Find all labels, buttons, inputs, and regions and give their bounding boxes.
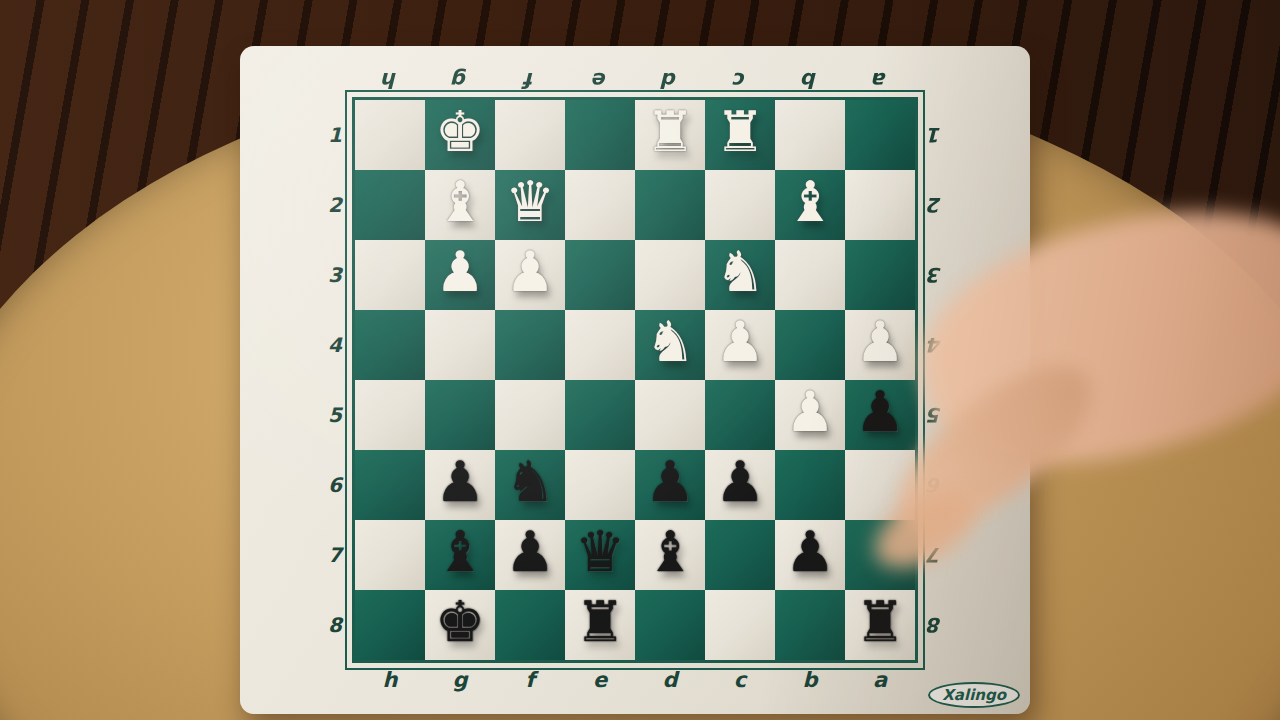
square-b3[interactable] (775, 240, 845, 310)
file-label-top-e: e (565, 63, 635, 97)
file-label-bottom-f: f (495, 663, 565, 697)
square-d7[interactable]: ♝ (635, 520, 705, 590)
rank-label-right-8: 8 (918, 590, 952, 660)
piece-white-pawn-f3[interactable]: ♟ (505, 237, 555, 307)
file-label-bottom-a: a (845, 663, 915, 697)
square-c6[interactable]: ♟ (705, 450, 775, 520)
square-h4[interactable] (355, 310, 425, 380)
file-label-bottom-h: h (355, 663, 425, 697)
piece-black-knight-f6[interactable]: ♞ (505, 447, 555, 517)
square-g2[interactable]: ♝ (425, 170, 495, 240)
square-e6[interactable] (565, 450, 635, 520)
square-d8[interactable] (635, 590, 705, 660)
square-c3[interactable]: ♞ (705, 240, 775, 310)
coord-row-bottom: hgfedcba (321, 663, 949, 697)
square-a1[interactable] (845, 100, 915, 170)
rank-label-left-1: 1 (318, 100, 352, 170)
piece-black-king-g8[interactable]: ♚ (435, 587, 485, 657)
piece-white-rook-d1[interactable]: ♜ (645, 97, 695, 167)
square-a3[interactable] (845, 240, 915, 310)
piece-black-pawn-b7[interactable]: ♟ (785, 517, 835, 587)
square-f3[interactable]: ♟ (495, 240, 565, 310)
file-label-top-h: h (355, 63, 425, 97)
coord-col-left: 12345678 (318, 100, 352, 660)
piece-white-pawn-g3[interactable]: ♟ (435, 237, 485, 307)
square-a8[interactable]: ♜ (845, 590, 915, 660)
square-d2[interactable] (635, 170, 705, 240)
square-d3[interactable] (635, 240, 705, 310)
square-g4[interactable] (425, 310, 495, 380)
square-g5[interactable] (425, 380, 495, 450)
square-e7[interactable]: ♛ (565, 520, 635, 590)
piece-black-pawn-a5[interactable]: ♟ (855, 377, 905, 447)
file-label-bottom-d: d (635, 663, 705, 697)
square-f4[interactable] (495, 310, 565, 380)
rank-label-right-2: 2 (918, 170, 952, 240)
square-e8[interactable]: ♜ (565, 590, 635, 660)
square-b5[interactable]: ♟ (775, 380, 845, 450)
square-c2[interactable] (705, 170, 775, 240)
piece-white-queen-f2[interactable]: ♛ (505, 167, 555, 237)
piece-white-knight-c3[interactable]: ♞ (715, 237, 765, 307)
rank-label-right-3: 3 (918, 240, 952, 310)
file-label-top-d: d (635, 63, 705, 97)
piece-black-bishop-g7[interactable]: ♝ (435, 517, 485, 587)
board-frame: ♚♜♜♝♛♝♟♟♞♞♟♟♟♟♟♞♟♟♝♟♛♝♟♚♜♜ (352, 97, 918, 663)
square-h8[interactable] (355, 590, 425, 660)
square-f8[interactable] (495, 590, 565, 660)
square-d6[interactable]: ♟ (635, 450, 705, 520)
square-b4[interactable] (775, 310, 845, 380)
square-h6[interactable] (355, 450, 425, 520)
square-e2[interactable] (565, 170, 635, 240)
square-h7[interactable] (355, 520, 425, 590)
square-e4[interactable] (565, 310, 635, 380)
square-a5[interactable]: ♟ (845, 380, 915, 450)
square-c7[interactable] (705, 520, 775, 590)
square-f5[interactable] (495, 380, 565, 450)
rank-label-left-7: 7 (318, 520, 352, 590)
piece-white-king-g1[interactable]: ♚ (435, 97, 485, 167)
square-b2[interactable]: ♝ (775, 170, 845, 240)
rank-label-left-6: 6 (318, 450, 352, 520)
square-f6[interactable]: ♞ (495, 450, 565, 520)
rank-label-left-5: 5 (318, 380, 352, 450)
piece-black-pawn-c6[interactable]: ♟ (715, 447, 765, 517)
square-f2[interactable]: ♛ (495, 170, 565, 240)
square-d1[interactable]: ♜ (635, 100, 705, 170)
square-h3[interactable] (355, 240, 425, 310)
rank-label-left-4: 4 (318, 310, 352, 380)
rank-label-left-3: 3 (318, 240, 352, 310)
square-c1[interactable]: ♜ (705, 100, 775, 170)
piece-black-pawn-g6[interactable]: ♟ (435, 447, 485, 517)
square-g8[interactable]: ♚ (425, 590, 495, 660)
file-label-bottom-e: e (565, 663, 635, 697)
square-b7[interactable]: ♟ (775, 520, 845, 590)
file-label-bottom-g: g (425, 663, 495, 697)
square-g3[interactable]: ♟ (425, 240, 495, 310)
brand-badge: Xalingo (928, 682, 1020, 708)
piece-white-rook-c1[interactable]: ♜ (715, 97, 765, 167)
piece-black-pawn-f7[interactable]: ♟ (505, 517, 555, 587)
piece-white-bishop-g2[interactable]: ♝ (435, 167, 485, 237)
square-g1[interactable]: ♚ (425, 100, 495, 170)
square-h5[interactable] (355, 380, 425, 450)
file-label-bottom-b: b (775, 663, 845, 697)
square-g6[interactable]: ♟ (425, 450, 495, 520)
file-label-top-g: g (425, 63, 495, 97)
rank-label-right-1: 1 (918, 100, 952, 170)
square-e1[interactable] (565, 100, 635, 170)
square-c4[interactable]: ♟ (705, 310, 775, 380)
file-label-top-c: c (705, 63, 775, 97)
square-e3[interactable] (565, 240, 635, 310)
piece-white-pawn-a4[interactable]: ♟ (855, 307, 905, 377)
square-c5[interactable] (705, 380, 775, 450)
square-a4[interactable]: ♟ (845, 310, 915, 380)
square-c8[interactable] (705, 590, 775, 660)
board-grid: ♚♜♜♝♛♝♟♟♞♞♟♟♟♟♟♞♟♟♝♟♛♝♟♚♜♜ (355, 100, 915, 660)
piece-black-pawn-d6[interactable]: ♟ (645, 447, 695, 517)
square-d4[interactable]: ♞ (635, 310, 705, 380)
piece-white-pawn-c4[interactable]: ♟ (715, 307, 765, 377)
piece-white-bishop-b2[interactable]: ♝ (785, 167, 835, 237)
file-label-bottom-c: c (705, 663, 775, 697)
square-f1[interactable] (495, 100, 565, 170)
piece-black-queen-e7[interactable]: ♛ (575, 517, 625, 587)
piece-black-rook-a8[interactable]: ♜ (855, 587, 905, 657)
square-b6[interactable] (775, 450, 845, 520)
chess-mat: hgfedcba 12345678 ♚♜♜♝♛♝♟♟♞♞♟♟♟♟♟♞♟♟♝♟♛♝… (240, 46, 1030, 714)
file-label-top-b: b (775, 63, 845, 97)
mat-inner: hgfedcba 12345678 ♚♜♜♝♛♝♟♟♞♞♟♟♟♟♟♞♟♟♝♟♛♝… (258, 64, 1012, 696)
square-f7[interactable]: ♟ (495, 520, 565, 590)
square-b8[interactable] (775, 590, 845, 660)
rank-label-left-8: 8 (318, 590, 352, 660)
square-b1[interactable] (775, 100, 845, 170)
square-a2[interactable] (845, 170, 915, 240)
square-g7[interactable]: ♝ (425, 520, 495, 590)
square-h2[interactable] (355, 170, 425, 240)
square-h1[interactable] (355, 100, 425, 170)
coord-row-top: hgfedcba (321, 63, 949, 97)
piece-black-rook-e8[interactable]: ♜ (575, 587, 625, 657)
piece-white-pawn-b5[interactable]: ♟ (785, 377, 835, 447)
piece-black-bishop-d7[interactable]: ♝ (645, 517, 695, 587)
rank-label-left-2: 2 (318, 170, 352, 240)
square-d5[interactable] (635, 380, 705, 450)
square-e5[interactable] (565, 380, 635, 450)
file-label-top-f: f (495, 63, 565, 97)
file-label-top-a: a (845, 63, 915, 97)
piece-white-knight-d4[interactable]: ♞ (645, 307, 695, 377)
